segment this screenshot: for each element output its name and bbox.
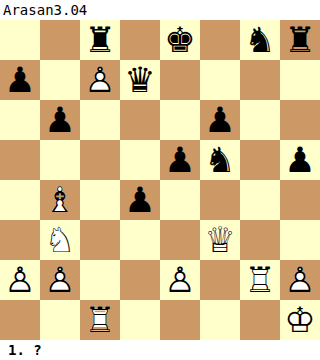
chess-board: ♜♚♞♜♟♟♙♛♟♟♟♞♟♝♗♟♞♘♛♕♟♙♟♙♟♙♜♖♟♙♜♖♚♔ [0,20,320,340]
square-e1[interactable] [160,300,200,340]
piece-white-queen[interactable]: ♛♕ [200,220,240,260]
piece-black-rook[interactable]: ♜ [280,20,320,60]
square-c4[interactable] [80,180,120,220]
square-b8[interactable] [40,20,80,60]
piece-black-pawn[interactable]: ♟ [40,100,80,140]
square-c2[interactable] [80,260,120,300]
square-a6[interactable] [0,100,40,140]
square-e5[interactable]: ♟ [160,140,200,180]
piece-white-rook[interactable]: ♜♖ [80,300,120,340]
piece-white-knight[interactable]: ♞♘ [40,220,80,260]
square-e6[interactable] [160,100,200,140]
square-e4[interactable] [160,180,200,220]
square-d1[interactable] [120,300,160,340]
square-f3[interactable]: ♛♕ [200,220,240,260]
square-d8[interactable] [120,20,160,60]
square-b6[interactable]: ♟ [40,100,80,140]
white-piece-outline-layer: ♙ [40,260,80,300]
square-f7[interactable] [200,60,240,100]
piece-black-knight[interactable]: ♞ [200,140,240,180]
square-a2[interactable]: ♟♙ [0,260,40,300]
piece-black-pawn[interactable]: ♟ [280,140,320,180]
square-b5[interactable] [40,140,80,180]
square-e2[interactable]: ♟♙ [160,260,200,300]
square-b7[interactable] [40,60,80,100]
square-f4[interactable] [200,180,240,220]
square-c1[interactable]: ♜♖ [80,300,120,340]
square-a4[interactable] [0,180,40,220]
piece-white-bishop[interactable]: ♝♗ [40,180,80,220]
square-h2[interactable]: ♟♙ [280,260,320,300]
piece-white-pawn[interactable]: ♟♙ [280,260,320,300]
piece-white-pawn[interactable]: ♟♙ [160,260,200,300]
square-f5[interactable]: ♞ [200,140,240,180]
square-a3[interactable] [0,220,40,260]
square-c3[interactable] [80,220,120,260]
piece-white-pawn[interactable]: ♟♙ [80,60,120,100]
square-h7[interactable] [280,60,320,100]
square-g4[interactable] [240,180,280,220]
square-d3[interactable] [120,220,160,260]
square-h3[interactable] [280,220,320,260]
piece-black-rook[interactable]: ♜ [80,20,120,60]
square-d2[interactable] [120,260,160,300]
white-piece-outline-layer: ♙ [160,260,200,300]
move-prompt: 1. ? [0,340,320,360]
square-h8[interactable]: ♜ [280,20,320,60]
square-d5[interactable] [120,140,160,180]
square-b2[interactable]: ♟♙ [40,260,80,300]
white-piece-outline-layer: ♘ [40,220,80,260]
white-piece-outline-layer: ♖ [80,300,120,340]
square-h1[interactable]: ♚♔ [280,300,320,340]
white-piece-outline-layer: ♙ [280,260,320,300]
square-g1[interactable] [240,300,280,340]
square-f2[interactable] [200,260,240,300]
square-b1[interactable] [40,300,80,340]
square-c7[interactable]: ♟♙ [80,60,120,100]
piece-white-pawn[interactable]: ♟♙ [40,260,80,300]
square-g2[interactable]: ♜♖ [240,260,280,300]
square-e8[interactable]: ♚ [160,20,200,60]
square-h6[interactable] [280,100,320,140]
piece-black-knight[interactable]: ♞ [240,20,280,60]
square-c8[interactable]: ♜ [80,20,120,60]
square-g6[interactable] [240,100,280,140]
square-e3[interactable] [160,220,200,260]
white-piece-outline-layer: ♙ [80,60,120,100]
piece-black-king[interactable]: ♚ [160,20,200,60]
square-a8[interactable] [0,20,40,60]
arasan-window: Arasan3.04 ♜♚♞♜♟♟♙♛♟♟♟♞♟♝♗♟♞♘♛♕♟♙♟♙♟♙♜♖♟… [0,0,320,360]
square-f6[interactable]: ♟ [200,100,240,140]
square-a1[interactable] [0,300,40,340]
square-f8[interactable] [200,20,240,60]
square-f1[interactable] [200,300,240,340]
piece-black-pawn[interactable]: ♟ [0,60,40,100]
square-d7[interactable]: ♛ [120,60,160,100]
square-a5[interactable] [0,140,40,180]
square-d4[interactable]: ♟ [120,180,160,220]
piece-black-pawn[interactable]: ♟ [160,140,200,180]
window-title: Arasan3.04 [0,0,320,20]
white-piece-outline-layer: ♗ [40,180,80,220]
white-piece-outline-layer: ♕ [200,220,240,260]
white-piece-outline-layer: ♙ [0,260,40,300]
square-g5[interactable] [240,140,280,180]
piece-black-pawn[interactable]: ♟ [200,100,240,140]
square-g8[interactable]: ♞ [240,20,280,60]
white-piece-outline-layer: ♔ [280,300,320,340]
piece-black-pawn[interactable]: ♟ [120,180,160,220]
square-c5[interactable] [80,140,120,180]
square-g7[interactable] [240,60,280,100]
piece-black-queen[interactable]: ♛ [120,60,160,100]
square-c6[interactable] [80,100,120,140]
square-d6[interactable] [120,100,160,140]
square-g3[interactable] [240,220,280,260]
square-h4[interactable] [280,180,320,220]
white-piece-outline-layer: ♖ [240,260,280,300]
piece-white-king[interactable]: ♚♔ [280,300,320,340]
piece-white-pawn[interactable]: ♟♙ [0,260,40,300]
square-b4[interactable]: ♝♗ [40,180,80,220]
square-b3[interactable]: ♞♘ [40,220,80,260]
square-a7[interactable]: ♟ [0,60,40,100]
square-e7[interactable] [160,60,200,100]
square-h5[interactable]: ♟ [280,140,320,180]
piece-white-rook[interactable]: ♜♖ [240,260,280,300]
